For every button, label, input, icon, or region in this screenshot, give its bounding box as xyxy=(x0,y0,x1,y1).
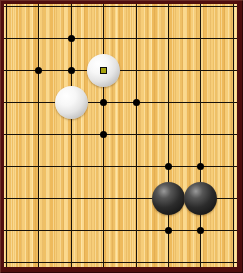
grid-line-horizontal xyxy=(4,134,237,135)
grid-line-vertical xyxy=(136,4,137,267)
marker-dot xyxy=(165,163,172,170)
marker-dot xyxy=(68,67,75,74)
grid-line-horizontal xyxy=(4,262,237,263)
grid-line-horizontal xyxy=(4,6,237,7)
black-stone xyxy=(152,182,185,215)
marker-dot xyxy=(165,227,172,234)
marker-dot xyxy=(197,163,204,170)
white-stone xyxy=(55,86,88,119)
marker-dot xyxy=(197,227,204,234)
grid-line-vertical xyxy=(6,4,7,267)
marker-dot xyxy=(133,99,140,106)
go-board[interactable] xyxy=(4,4,237,267)
marker-dot xyxy=(68,35,75,42)
grid-line-horizontal xyxy=(4,102,237,103)
marker-dot xyxy=(35,67,42,74)
last-move-square-marker xyxy=(100,67,107,74)
marker-dot xyxy=(100,99,107,106)
grid-line-vertical xyxy=(233,4,234,267)
black-stone xyxy=(184,182,217,215)
go-app-window xyxy=(0,0,243,273)
grid-line-horizontal xyxy=(4,38,237,39)
grid-line-vertical xyxy=(71,4,72,267)
marker-dot xyxy=(100,131,107,138)
grid-line-vertical xyxy=(38,4,39,267)
